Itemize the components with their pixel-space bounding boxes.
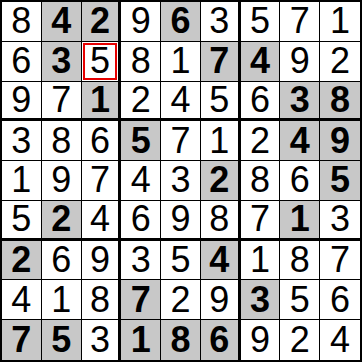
cell-r7c9[interactable]: 7 [320, 241, 360, 281]
cell-r2c3[interactable]: 5 [82, 42, 122, 82]
cell-r7c1[interactable]: 2 [2, 241, 42, 281]
cell-r2c5[interactable]: 1 [161, 42, 201, 82]
cell-r6c5[interactable]: 9 [161, 201, 201, 241]
cell-r6c7[interactable]: 7 [241, 201, 281, 241]
cell-r1c8[interactable]: 7 [280, 2, 320, 42]
cell-r9c3[interactable]: 3 [82, 320, 122, 360]
cell-r7c8[interactable]: 8 [280, 241, 320, 281]
cell-r8c4[interactable]: 7 [121, 280, 161, 320]
cell-r4c2[interactable]: 8 [42, 121, 82, 161]
cell-r5c9[interactable]: 5 [320, 161, 360, 201]
cell-r9c2[interactable]: 5 [42, 320, 82, 360]
cell-r1c7[interactable]: 5 [241, 2, 281, 42]
cell-r9c8[interactable]: 2 [280, 320, 320, 360]
cell-r9c9[interactable]: 4 [320, 320, 360, 360]
cell-r3c4[interactable]: 2 [121, 82, 161, 122]
cell-r1c2[interactable]: 4 [42, 2, 82, 42]
cell-r5c7[interactable]: 8 [241, 161, 281, 201]
cell-r4c3[interactable]: 6 [82, 121, 122, 161]
cell-r1c6[interactable]: 3 [201, 2, 241, 42]
cell-r3c1[interactable]: 9 [2, 82, 42, 122]
cell-r1c9[interactable]: 1 [320, 2, 360, 42]
cell-r8c8[interactable]: 5 [280, 280, 320, 320]
cell-r6c3[interactable]: 4 [82, 201, 122, 241]
cell-r9c4[interactable]: 1 [121, 320, 161, 360]
cell-r9c1[interactable]: 7 [2, 320, 42, 360]
cell-r7c5[interactable]: 5 [161, 241, 201, 281]
cell-r7c4[interactable]: 3 [121, 241, 161, 281]
cell-r8c6[interactable]: 9 [201, 280, 241, 320]
cell-r2c9[interactable]: 2 [320, 42, 360, 82]
cell-r4c4[interactable]: 5 [121, 121, 161, 161]
cell-r2c2[interactable]: 3 [42, 42, 82, 82]
cell-r9c6[interactable]: 6 [201, 320, 241, 360]
cell-r8c9[interactable]: 6 [320, 280, 360, 320]
cell-r8c5[interactable]: 2 [161, 280, 201, 320]
cell-r5c6[interactable]: 2 [201, 161, 241, 201]
cell-r7c2[interactable]: 6 [42, 241, 82, 281]
cell-r5c8[interactable]: 6 [280, 161, 320, 201]
cell-r9c7[interactable]: 9 [241, 320, 281, 360]
cell-r8c7[interactable]: 3 [241, 280, 281, 320]
cell-r5c4[interactable]: 4 [121, 161, 161, 201]
cell-r3c6[interactable]: 5 [201, 82, 241, 122]
cell-r6c9[interactable]: 3 [320, 201, 360, 241]
cell-r5c5[interactable]: 3 [161, 161, 201, 201]
cell-r8c2[interactable]: 1 [42, 280, 82, 320]
cell-r4c7[interactable]: 2 [241, 121, 281, 161]
cell-r6c4[interactable]: 6 [121, 201, 161, 241]
cell-r6c8[interactable]: 1 [280, 201, 320, 241]
cell-r6c2[interactable]: 2 [42, 201, 82, 241]
cell-r7c6[interactable]: 4 [201, 241, 241, 281]
cell-r1c5[interactable]: 6 [161, 2, 201, 42]
cell-r2c1[interactable]: 6 [2, 42, 42, 82]
cell-r3c2[interactable]: 7 [42, 82, 82, 122]
cell-r7c3[interactable]: 9 [82, 241, 122, 281]
cell-r5c3[interactable]: 7 [82, 161, 122, 201]
cell-r4c8[interactable]: 4 [280, 121, 320, 161]
cell-r1c4[interactable]: 9 [121, 2, 161, 42]
cell-r5c1[interactable]: 1 [2, 161, 42, 201]
cell-r4c9[interactable]: 9 [320, 121, 360, 161]
cell-r3c5[interactable]: 4 [161, 82, 201, 122]
cell-r2c7[interactable]: 4 [241, 42, 281, 82]
cell-r7c7[interactable]: 1 [241, 241, 281, 281]
cell-r3c8[interactable]: 3 [280, 82, 320, 122]
cell-r6c6[interactable]: 8 [201, 201, 241, 241]
cell-r3c3[interactable]: 1 [82, 82, 122, 122]
cell-r6c1[interactable]: 5 [2, 201, 42, 241]
sudoku-board: 8429635716358174929712456383865712491974… [0, 0, 362, 362]
cell-r5c2[interactable]: 9 [42, 161, 82, 201]
cell-r2c8[interactable]: 9 [280, 42, 320, 82]
cell-r4c5[interactable]: 7 [161, 121, 201, 161]
cell-r1c3[interactable]: 2 [82, 2, 122, 42]
cell-r2c6[interactable]: 7 [201, 42, 241, 82]
cell-r3c9[interactable]: 8 [320, 82, 360, 122]
cell-r4c6[interactable]: 1 [201, 121, 241, 161]
cell-r8c1[interactable]: 4 [2, 280, 42, 320]
cell-r2c4[interactable]: 8 [121, 42, 161, 82]
cell-r4c1[interactable]: 3 [2, 121, 42, 161]
cell-r1c1[interactable]: 8 [2, 2, 42, 42]
cell-r8c3[interactable]: 8 [82, 280, 122, 320]
cell-r3c7[interactable]: 6 [241, 82, 281, 122]
cell-r9c5[interactable]: 8 [161, 320, 201, 360]
